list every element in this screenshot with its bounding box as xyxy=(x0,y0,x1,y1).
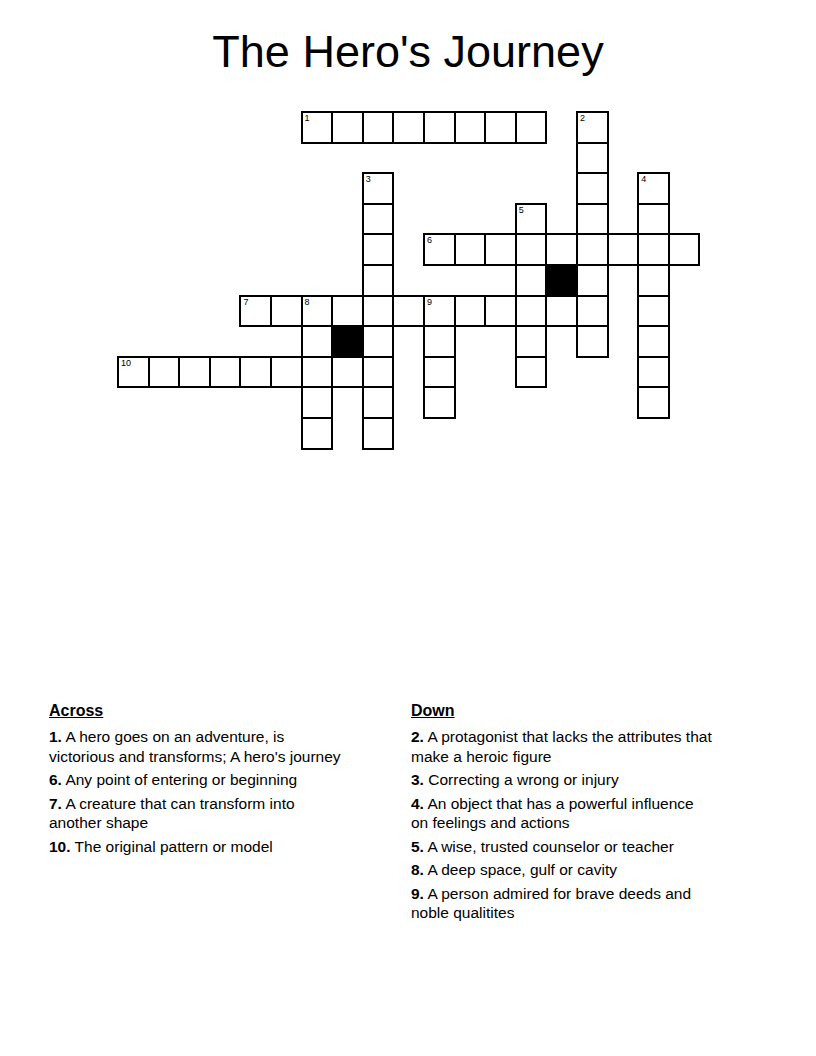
clue-text: Correcting a wrong or injury xyxy=(424,771,619,788)
grid-cell[interactable]: 3 xyxy=(362,172,395,205)
grid-cell[interactable] xyxy=(637,386,670,419)
grid-cell[interactable] xyxy=(301,417,334,450)
grid-cell[interactable] xyxy=(362,264,395,297)
cell-number: 7 xyxy=(243,297,248,307)
puzzle-title: The Hero's Journey xyxy=(0,24,816,80)
grid-cell[interactable] xyxy=(331,356,364,389)
clue-number: 9. xyxy=(411,885,424,902)
grid-cell[interactable] xyxy=(607,233,640,266)
clue-item: 4. An object that has a powerful influen… xyxy=(411,794,713,833)
grid-cell[interactable]: 7 xyxy=(239,295,272,328)
clue-number: 5. xyxy=(411,838,424,855)
clue-number: 6. xyxy=(49,771,62,788)
cell-number: 6 xyxy=(427,235,432,245)
grid-cell[interactable] xyxy=(484,233,517,266)
grid-cell[interactable] xyxy=(392,295,425,328)
grid-cell[interactable] xyxy=(515,356,548,389)
grid-cell[interactable]: 5 xyxy=(515,203,548,236)
grid-cell[interactable] xyxy=(301,325,334,358)
grid-cell[interactable] xyxy=(454,233,487,266)
grid-cell[interactable] xyxy=(515,264,548,297)
across-clue-list: 1. A hero goes on an adventure, is victo… xyxy=(49,727,380,856)
clue-text: A creature that can transform into anoth… xyxy=(49,795,295,832)
grid-cell[interactable] xyxy=(484,295,517,328)
grid-cell[interactable] xyxy=(576,203,609,236)
grid-cell[interactable] xyxy=(362,386,395,419)
grid-cell[interactable] xyxy=(576,264,609,297)
grid-cell[interactable] xyxy=(454,111,487,144)
clue-number: 10. xyxy=(49,838,71,855)
down-clue-list: 2. A protagonist that lacks the attribut… xyxy=(411,727,742,923)
grid-cell[interactable]: 6 xyxy=(423,233,456,266)
clue-item: 3. Correcting a wrong or injury xyxy=(411,770,713,790)
grid-cell[interactable] xyxy=(637,325,670,358)
grid-cell[interactable] xyxy=(331,111,364,144)
clue-text: Any point of entering or beginning xyxy=(62,771,297,788)
clue-item: 7. A creature that can transform into an… xyxy=(49,794,351,833)
clue-number: 1. xyxy=(49,728,62,745)
clue-text: An object that has a powerful influence … xyxy=(411,795,694,832)
grid-cell[interactable] xyxy=(301,386,334,419)
grid-cell[interactable] xyxy=(239,356,272,389)
grid-cell[interactable] xyxy=(362,417,395,450)
grid-cell[interactable] xyxy=(576,172,609,205)
cell-number: 4 xyxy=(641,174,646,184)
grid-cell[interactable] xyxy=(576,325,609,358)
grid-cell[interactable] xyxy=(423,111,456,144)
grid-cell[interactable]: 1 xyxy=(301,111,334,144)
grid-cell[interactable] xyxy=(576,142,609,175)
grid-cell[interactable] xyxy=(392,111,425,144)
clue-number: 4. xyxy=(411,795,424,812)
grid-cell[interactable] xyxy=(637,233,670,266)
clue-text: A hero goes on an adventure, is victorio… xyxy=(49,728,341,765)
grid-cell[interactable] xyxy=(545,233,578,266)
grid-cell[interactable] xyxy=(515,325,548,358)
grid-cell[interactable] xyxy=(148,356,181,389)
cell-number: 3 xyxy=(366,174,371,184)
cell-number: 10 xyxy=(121,358,131,368)
clue-number: 3. xyxy=(411,771,424,788)
grid-cell[interactable] xyxy=(362,111,395,144)
clue-text: A person admired for brave deeds and nob… xyxy=(411,885,691,922)
clue-number: 7. xyxy=(49,795,62,812)
clue-text: A deep space, gulf or cavity xyxy=(424,861,617,878)
across-header: Across xyxy=(49,701,380,721)
cell-number: 2 xyxy=(580,113,585,123)
across-clues-column: Across 1. A hero goes on an adventure, i… xyxy=(49,701,380,927)
grid-cell[interactable] xyxy=(454,295,487,328)
grid-cell[interactable] xyxy=(331,295,364,328)
grid-cell[interactable] xyxy=(178,356,211,389)
clue-text: A wise, trusted counselor or teacher xyxy=(424,838,674,855)
clues-section: Across 1. A hero goes on an adventure, i… xyxy=(49,701,769,927)
grid-cell[interactable] xyxy=(362,325,395,358)
worksheet-page: The Hero's Journey 12345678910 Across 1.… xyxy=(0,0,816,1056)
grid-cell[interactable]: 8 xyxy=(301,295,334,328)
black-cell xyxy=(545,264,578,297)
clue-number: 8. xyxy=(411,861,424,878)
grid-cell[interactable] xyxy=(362,295,395,328)
grid-cell[interactable] xyxy=(270,356,303,389)
grid-cell[interactable] xyxy=(301,356,334,389)
grid-cell[interactable] xyxy=(423,325,456,358)
grid-cell[interactable] xyxy=(423,386,456,419)
clue-number: 2. xyxy=(411,728,424,745)
grid-cell[interactable] xyxy=(515,111,548,144)
black-cell xyxy=(331,325,364,358)
clue-item: 2. A protagonist that lacks the attribut… xyxy=(411,727,713,766)
clue-item: 10. The original pattern or model xyxy=(49,837,351,857)
grid-cell[interactable]: 10 xyxy=(117,356,150,389)
grid-cell[interactable] xyxy=(484,111,517,144)
grid-cell[interactable] xyxy=(270,295,303,328)
clue-item: 8. A deep space, gulf or cavity xyxy=(411,860,713,880)
cell-number: 5 xyxy=(519,205,524,215)
grid-cell[interactable] xyxy=(423,356,456,389)
grid-cell[interactable] xyxy=(576,295,609,328)
grid-cell[interactable] xyxy=(515,295,548,328)
cell-number: 1 xyxy=(305,113,310,123)
grid-cell[interactable] xyxy=(209,356,242,389)
grid-cell[interactable] xyxy=(637,356,670,389)
grid-cell[interactable] xyxy=(637,203,670,236)
grid-cell[interactable]: 4 xyxy=(637,172,670,205)
down-clues-column: Down 2. A protagonist that lacks the att… xyxy=(411,701,742,927)
clue-item: 9. A person admired for brave deeds and … xyxy=(411,884,713,923)
grid-cell[interactable] xyxy=(362,233,395,266)
grid-cell[interactable] xyxy=(362,356,395,389)
cell-number: 8 xyxy=(305,297,310,307)
cell-number: 9 xyxy=(427,297,432,307)
grid-cell[interactable] xyxy=(637,264,670,297)
grid-cell[interactable] xyxy=(637,295,670,328)
clue-text: A protagonist that lacks the attributes … xyxy=(411,728,712,765)
grid-cell[interactable]: 9 xyxy=(423,295,456,328)
down-header: Down xyxy=(411,701,742,721)
clue-item: 1. A hero goes on an adventure, is victo… xyxy=(49,727,351,766)
grid-cell[interactable] xyxy=(545,295,578,328)
grid-cell[interactable] xyxy=(515,233,548,266)
clue-text: The original pattern or model xyxy=(71,838,273,855)
grid-cell[interactable]: 2 xyxy=(576,111,609,144)
grid-cell[interactable] xyxy=(668,233,701,266)
grid-cell[interactable] xyxy=(576,233,609,266)
grid-cell[interactable] xyxy=(362,203,395,236)
clue-item: 5. A wise, trusted counselor or teacher xyxy=(411,837,713,857)
clue-item: 6. Any point of entering or beginning xyxy=(49,770,351,790)
